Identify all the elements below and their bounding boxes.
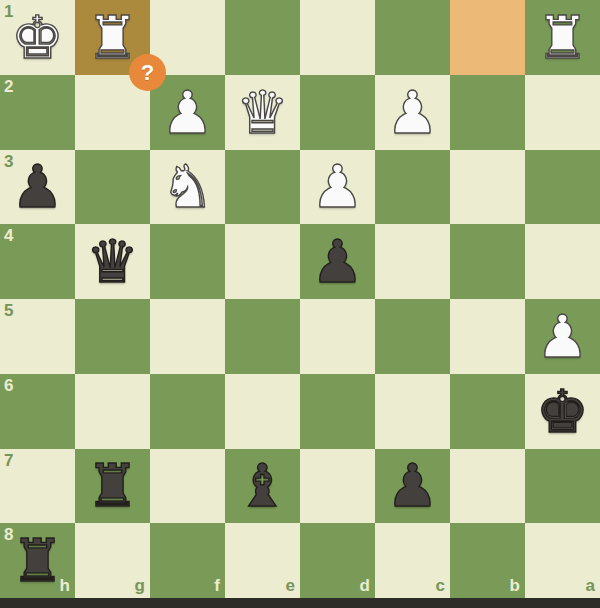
rank-label-7: 7 [4, 451, 13, 471]
piece-black-king-a6[interactable]: ♚ [536, 382, 589, 441]
square-g8[interactable]: g [75, 523, 150, 598]
square-b8[interactable]: b [450, 523, 525, 598]
square-h6[interactable]: 6 [0, 374, 75, 449]
square-b7[interactable] [450, 449, 525, 524]
square-e7[interactable]: ♝ [225, 449, 300, 524]
piece-white-pawn-d3[interactable]: ♟ [311, 157, 364, 216]
square-e3[interactable] [225, 150, 300, 225]
square-h5[interactable]: 5 [0, 299, 75, 374]
square-e2[interactable]: ♛ [225, 75, 300, 150]
square-c1[interactable] [375, 0, 450, 75]
square-e5[interactable] [225, 299, 300, 374]
square-c7[interactable]: ♟ [375, 449, 450, 524]
square-d4[interactable]: ♟ [300, 224, 375, 299]
square-e8[interactable]: e [225, 523, 300, 598]
square-g4[interactable]: ♛ [75, 224, 150, 299]
square-h4[interactable]: 4 [0, 224, 75, 299]
square-d8[interactable]: d [300, 523, 375, 598]
square-e1[interactable] [225, 0, 300, 75]
file-label-g: g [135, 576, 145, 596]
square-a2[interactable] [525, 75, 600, 150]
square-g5[interactable] [75, 299, 150, 374]
square-h2[interactable]: 2 [0, 75, 75, 150]
square-c6[interactable] [375, 374, 450, 449]
square-e6[interactable] [225, 374, 300, 449]
file-label-c: c [436, 576, 445, 596]
rank-label-1: 1 [4, 2, 13, 22]
square-g6[interactable] [75, 374, 150, 449]
square-f7[interactable] [150, 449, 225, 524]
piece-black-bishop-e7[interactable]: ♝ [236, 456, 289, 515]
square-e4[interactable] [225, 224, 300, 299]
square-a1[interactable]: ♜ [525, 0, 600, 75]
square-g7[interactable]: ♜ [75, 449, 150, 524]
piece-black-pawn-c7[interactable]: ♟ [386, 456, 439, 515]
square-b2[interactable] [450, 75, 525, 150]
rank-label-8: 8 [4, 525, 13, 545]
square-b5[interactable] [450, 299, 525, 374]
square-d1[interactable] [300, 0, 375, 75]
square-b4[interactable] [450, 224, 525, 299]
square-f5[interactable] [150, 299, 225, 374]
piece-black-rook-g7[interactable]: ♜ [86, 456, 139, 515]
piece-white-queen-e2[interactable]: ♛ [236, 83, 289, 142]
square-d3[interactable]: ♟ [300, 150, 375, 225]
rank-label-4: 4 [4, 226, 13, 246]
square-f3[interactable]: ♞ [150, 150, 225, 225]
square-b6[interactable] [450, 374, 525, 449]
square-h8[interactable]: 8h♜ [0, 523, 75, 598]
piece-white-pawn-f2[interactable]: ♟ [161, 83, 214, 142]
chess-game-screen: 1♚♜♜2♟♛♟3♟♞♟4♛♟5♟6♚7♜♝♟8h♜gfedcba ? [0, 0, 600, 608]
piece-white-rook-g1[interactable]: ♜ [86, 8, 139, 67]
square-b1[interactable] [450, 0, 525, 75]
piece-white-knight-f3[interactable]: ♞ [161, 157, 214, 216]
square-c4[interactable] [375, 224, 450, 299]
square-c5[interactable] [375, 299, 450, 374]
file-label-f: f [214, 576, 220, 596]
square-c8[interactable]: c [375, 523, 450, 598]
rank-label-2: 2 [4, 77, 13, 97]
bottom-bar [0, 598, 600, 608]
rank-label-3: 3 [4, 152, 13, 172]
square-c3[interactable] [375, 150, 450, 225]
square-h7[interactable]: 7 [0, 449, 75, 524]
square-f4[interactable] [150, 224, 225, 299]
piece-black-pawn-d4[interactable]: ♟ [311, 232, 364, 291]
square-d5[interactable] [300, 299, 375, 374]
file-label-h: h [60, 576, 70, 596]
square-d7[interactable] [300, 449, 375, 524]
square-f6[interactable] [150, 374, 225, 449]
piece-white-pawn-c2[interactable]: ♟ [386, 83, 439, 142]
file-label-a: a [586, 576, 595, 596]
square-d2[interactable] [300, 75, 375, 150]
square-a3[interactable] [525, 150, 600, 225]
square-d6[interactable] [300, 374, 375, 449]
square-a6[interactable]: ♚ [525, 374, 600, 449]
piece-white-king-h1[interactable]: ♚ [11, 8, 64, 67]
file-label-d: d [360, 576, 370, 596]
square-f2[interactable]: ♟ [150, 75, 225, 150]
square-f8[interactable]: f [150, 523, 225, 598]
square-h1[interactable]: 1♚ [0, 0, 75, 75]
square-b3[interactable] [450, 150, 525, 225]
piece-white-pawn-a5[interactable]: ♟ [536, 307, 589, 366]
square-a5[interactable]: ♟ [525, 299, 600, 374]
piece-black-queen-g4[interactable]: ♛ [86, 232, 139, 291]
piece-black-rook-h8[interactable]: ♜ [11, 531, 64, 590]
square-a8[interactable]: a [525, 523, 600, 598]
chess-board[interactable]: 1♚♜♜2♟♛♟3♟♞♟4♛♟5♟6♚7♜♝♟8h♜gfedcba [0, 0, 600, 598]
square-c2[interactable]: ♟ [375, 75, 450, 150]
square-a7[interactable] [525, 449, 600, 524]
square-g3[interactable] [75, 150, 150, 225]
mistake-badge: ? [129, 54, 166, 91]
file-label-b: b [510, 576, 520, 596]
square-h3[interactable]: 3♟ [0, 150, 75, 225]
rank-label-6: 6 [4, 376, 13, 396]
file-label-e: e [286, 576, 295, 596]
piece-white-rook-a1[interactable]: ♜ [536, 8, 589, 67]
rank-label-5: 5 [4, 301, 13, 321]
square-a4[interactable] [525, 224, 600, 299]
piece-black-pawn-h3[interactable]: ♟ [11, 157, 64, 216]
